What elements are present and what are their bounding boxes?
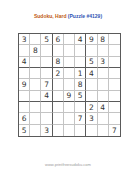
- sudoku-cell-r8c5[interactable]: [64, 113, 75, 124]
- sudoku-cell-r7c3[interactable]: [41, 102, 52, 113]
- sudoku-cell-r5c5[interactable]: [64, 79, 75, 90]
- sudoku-cell-r7c8[interactable]: 4: [98, 102, 109, 113]
- title-puzzle-number: (Puzzle #4129): [68, 13, 102, 19]
- sudoku-cell-r2c7[interactable]: [86, 45, 97, 56]
- sudoku-cell-r3c3[interactable]: [41, 57, 52, 68]
- sudoku-board: 3564988485321497849524673537: [18, 33, 121, 137]
- sudoku-cell-r6c6[interactable]: 5: [75, 91, 86, 102]
- title-difficulty: Sudoku, Hard: [34, 13, 67, 19]
- sudoku-cell-r1c5[interactable]: [64, 34, 75, 45]
- sudoku-cell-r9c3[interactable]: 3: [41, 125, 52, 136]
- sudoku-cell-r1c2[interactable]: [30, 34, 41, 45]
- sudoku-cell-r6c1[interactable]: [19, 91, 30, 102]
- sudoku-cell-r1c3[interactable]: 5: [41, 34, 52, 45]
- sudoku-cell-r5c6[interactable]: 8: [75, 79, 86, 90]
- sudoku-cell-r8c8[interactable]: [98, 113, 109, 124]
- sudoku-cell-r3c1[interactable]: 4: [19, 57, 30, 68]
- sudoku-cell-r4c5[interactable]: [64, 68, 75, 79]
- sudoku-cell-r6c5[interactable]: 9: [64, 91, 75, 102]
- page-title: Sudoku, Hard (Puzzle #4129): [0, 13, 136, 20]
- sudoku-cell-r6c8[interactable]: [98, 91, 109, 102]
- sudoku-cell-r2c5[interactable]: [64, 45, 75, 56]
- sudoku-cell-r9c5[interactable]: [64, 125, 75, 136]
- sudoku-cell-r4c6[interactable]: 1: [75, 68, 86, 79]
- sudoku-cell-r4c8[interactable]: [98, 68, 109, 79]
- sudoku-cell-r2c3[interactable]: [41, 45, 52, 56]
- sudoku-cell-r9c7[interactable]: [86, 125, 97, 136]
- sudoku-cell-r1c4[interactable]: 6: [53, 34, 64, 45]
- sudoku-cell-r1c7[interactable]: 9: [86, 34, 97, 45]
- sudoku-cell-r2c4[interactable]: [53, 45, 64, 56]
- sudoku-cell-r7c6[interactable]: [75, 102, 86, 113]
- sudoku-cell-r3c6[interactable]: [75, 57, 86, 68]
- sudoku-cell-r4c3[interactable]: [41, 68, 52, 79]
- sudoku-cell-r4c2[interactable]: [30, 68, 41, 79]
- sudoku-cell-r9c8[interactable]: [98, 125, 109, 136]
- sudoku-cell-r7c9[interactable]: [109, 102, 120, 113]
- sudoku-cell-r1c9[interactable]: [109, 34, 120, 45]
- sudoku-cell-r7c1[interactable]: [19, 102, 30, 113]
- sudoku-cell-r6c7[interactable]: [86, 91, 97, 102]
- sudoku-cell-r7c7[interactable]: 2: [86, 102, 97, 113]
- sudoku-cell-r5c4[interactable]: [53, 79, 64, 90]
- sudoku-cell-r7c5[interactable]: [64, 102, 75, 113]
- sudoku-cell-r5c7[interactable]: [86, 79, 97, 90]
- sudoku-cell-r3c9[interactable]: [109, 57, 120, 68]
- sudoku-cell-r9c2[interactable]: [30, 125, 41, 136]
- sudoku-cell-r5c9[interactable]: [109, 79, 120, 90]
- sudoku-cell-r1c8[interactable]: 8: [98, 34, 109, 45]
- sudoku-cell-r4c4[interactable]: 2: [53, 68, 64, 79]
- sudoku-cell-r2c8[interactable]: [98, 45, 109, 56]
- sudoku-cell-r7c2[interactable]: [30, 102, 41, 113]
- sudoku-cell-r3c2[interactable]: [30, 57, 41, 68]
- sudoku-cell-r8c4[interactable]: [53, 113, 64, 124]
- sudoku-cell-r5c1[interactable]: 9: [19, 79, 30, 90]
- sudoku-cell-r6c3[interactable]: 4: [41, 91, 52, 102]
- sudoku-cell-r4c7[interactable]: 4: [86, 68, 97, 79]
- sudoku-cell-r8c1[interactable]: 6: [19, 113, 30, 124]
- sudoku-cell-r1c6[interactable]: 4: [75, 34, 86, 45]
- footer-url: www.printfreesudoku.com: [0, 162, 136, 167]
- sudoku-cell-r9c9[interactable]: 7: [109, 125, 120, 136]
- sudoku-cell-r2c2[interactable]: 8: [30, 45, 41, 56]
- sudoku-cell-r6c2[interactable]: [30, 91, 41, 102]
- sudoku-cell-r8c6[interactable]: 7: [75, 113, 86, 124]
- sudoku-cell-r6c9[interactable]: [109, 91, 120, 102]
- sudoku-cell-r6c4[interactable]: [53, 91, 64, 102]
- sudoku-cell-r5c3[interactable]: 7: [41, 79, 52, 90]
- sudoku-print-page: { "game": "sudoku", "position": "3056049…: [0, 0, 136, 176]
- sudoku-cell-r8c2[interactable]: [30, 113, 41, 124]
- sudoku-cell-r3c4[interactable]: 8: [53, 57, 64, 68]
- sudoku-cell-r5c8[interactable]: [98, 79, 109, 90]
- sudoku-cell-r9c4[interactable]: [53, 125, 64, 136]
- sudoku-cell-r5c2[interactable]: [30, 79, 41, 90]
- sudoku-cell-r7c4[interactable]: [53, 102, 64, 113]
- sudoku-cell-r3c7[interactable]: 5: [86, 57, 97, 68]
- sudoku-cell-r8c3[interactable]: [41, 113, 52, 124]
- sudoku-cell-r2c9[interactable]: [109, 45, 120, 56]
- sudoku-cell-r9c6[interactable]: [75, 125, 86, 136]
- sudoku-cell-r9c1[interactable]: 5: [19, 125, 30, 136]
- sudoku-cell-r3c5[interactable]: [64, 57, 75, 68]
- sudoku-cell-r3c8[interactable]: 3: [98, 57, 109, 68]
- sudoku-cell-r8c9[interactable]: [109, 113, 120, 124]
- sudoku-cell-r4c1[interactable]: [19, 68, 30, 79]
- sudoku-cell-r8c7[interactable]: 3: [86, 113, 97, 124]
- sudoku-cell-r2c6[interactable]: [75, 45, 86, 56]
- sudoku-cell-r1c1[interactable]: 3: [19, 34, 30, 45]
- sudoku-cell-r2c1[interactable]: [19, 45, 30, 56]
- sudoku-cell-r4c9[interactable]: [109, 68, 120, 79]
